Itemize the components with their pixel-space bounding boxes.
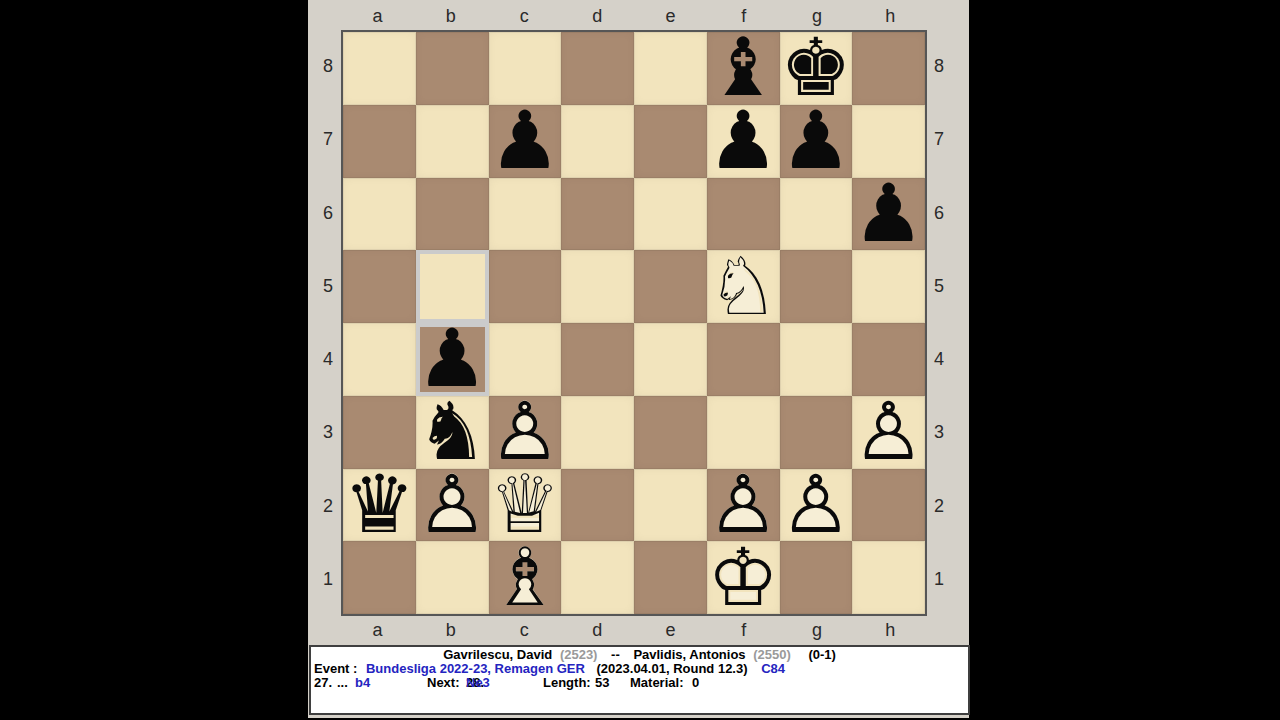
file-label-b: b	[414, 4, 487, 28]
piece-black-queen-a2: ♛	[343, 469, 416, 542]
pawn-icon: ♟	[489, 105, 562, 178]
knight-icon: ♘	[707, 250, 780, 323]
move-number: 27.	[314, 676, 332, 690]
rank-label-7: 7	[319, 103, 337, 176]
pawn-icon: ♟	[780, 105, 853, 178]
piece-white-pawn-g2: ♟♙	[780, 469, 853, 542]
file-label-a: a	[341, 618, 414, 642]
rank-label-1: 1	[930, 543, 948, 616]
piece-black-pawn-f7: ♟	[707, 105, 780, 178]
current-move[interactable]: b4	[355, 676, 370, 690]
rank-label-7: 7	[930, 103, 948, 176]
square-b1[interactable]	[416, 541, 489, 614]
square-d7[interactable]	[561, 105, 634, 178]
piece-black-pawn-g7: ♟	[780, 105, 853, 178]
eco-code: C84	[761, 661, 785, 676]
square-h2[interactable]	[852, 469, 925, 542]
square-c7[interactable]: ♟	[489, 105, 562, 178]
square-b6[interactable]	[416, 178, 489, 251]
file-label-e: e	[634, 618, 707, 642]
rank-label-4: 4	[930, 323, 948, 396]
square-c6[interactable]	[489, 178, 562, 251]
square-h1[interactable]	[852, 541, 925, 614]
file-labels-bottom: abcdefgh	[341, 618, 927, 642]
event-line: Event : Bundesliga 2022-23, Remagen GER …	[314, 662, 965, 676]
next-move[interactable]: Ne3	[466, 676, 490, 690]
file-label-d: d	[561, 4, 634, 28]
players-separator: --	[611, 647, 620, 662]
square-e1[interactable]	[634, 541, 707, 614]
square-c1[interactable]: ♝♗	[489, 541, 562, 614]
square-d1[interactable]	[561, 541, 634, 614]
square-c5[interactable]	[489, 250, 562, 323]
file-label-e: e	[634, 4, 707, 28]
square-d2[interactable]	[561, 469, 634, 542]
file-label-c: c	[488, 618, 561, 642]
square-e4[interactable]	[634, 323, 707, 396]
piece-white-pawn-b2: ♟♙	[416, 469, 489, 542]
square-g5[interactable]	[780, 250, 853, 323]
rank-label-5: 5	[930, 250, 948, 323]
square-h8[interactable]	[852, 32, 925, 105]
square-e8[interactable]	[634, 32, 707, 105]
square-d8[interactable]	[561, 32, 634, 105]
rank-label-6: 6	[930, 177, 948, 250]
square-e3[interactable]	[634, 396, 707, 469]
pawn-icon: ♙	[852, 396, 925, 469]
bishop-icon: ♗	[489, 541, 562, 614]
square-h3[interactable]: ♟♙	[852, 396, 925, 469]
square-e6[interactable]	[634, 178, 707, 251]
material-label: Material:	[630, 676, 683, 690]
rank-label-3: 3	[319, 396, 337, 469]
rank-label-8: 8	[930, 30, 948, 103]
length-value: 53	[595, 676, 609, 690]
file-label-h: h	[854, 4, 927, 28]
rank-label-1: 1	[319, 543, 337, 616]
square-d4[interactable]	[561, 323, 634, 396]
file-label-d: d	[561, 618, 634, 642]
piece-black-pawn-c7: ♟	[489, 105, 562, 178]
square-e7[interactable]	[634, 105, 707, 178]
next-label: Next:	[427, 676, 460, 690]
square-g2[interactable]: ♟♙	[780, 469, 853, 542]
square-a7[interactable]	[343, 105, 416, 178]
square-a5[interactable]	[343, 250, 416, 323]
piece-white-knight-f5: ♞♘	[707, 250, 780, 323]
square-e2[interactable]	[634, 469, 707, 542]
piece-white-king-f1: ♚♔	[707, 541, 780, 614]
square-g1[interactable]	[780, 541, 853, 614]
black-player-rating: (2550)	[753, 647, 791, 662]
file-label-b: b	[414, 618, 487, 642]
game-info-panel: Gavrilescu, David (2523) -- Pavlidis, An…	[309, 645, 970, 715]
square-h6[interactable]: ♟	[852, 178, 925, 251]
square-f4[interactable]	[707, 323, 780, 396]
square-d6[interactable]	[561, 178, 634, 251]
file-label-c: c	[488, 4, 561, 28]
pawn-icon: ♙	[780, 469, 853, 542]
rank-label-8: 8	[319, 30, 337, 103]
square-d5[interactable]	[561, 250, 634, 323]
move-line: 27. ... b4 Next: 28.Ne3 Length: 53 Mater…	[314, 676, 965, 690]
piece-white-pawn-h3: ♟♙	[852, 396, 925, 469]
rank-label-2: 2	[319, 470, 337, 543]
players-line: Gavrilescu, David (2523) -- Pavlidis, An…	[314, 648, 965, 662]
square-g6[interactable]	[780, 178, 853, 251]
square-a8[interactable]	[343, 32, 416, 105]
rank-labels-left: 87654321	[319, 30, 337, 616]
square-g7[interactable]: ♟	[780, 105, 853, 178]
pawn-icon: ♟	[852, 178, 925, 251]
viewer-content-area: abcdefgh 87654321 ♝♚♟♟♟♟♞♘♟♞♟♙♟♙♛♟♙♛♕♟♙♟…	[308, 0, 969, 718]
event-name: Bundesliga 2022-23, Remagen GER	[366, 661, 585, 676]
rank-label-5: 5	[319, 250, 337, 323]
file-label-g: g	[781, 618, 854, 642]
move-ellipsis: ...	[337, 676, 348, 690]
pawn-icon: ♙	[416, 469, 489, 542]
square-a1[interactable]	[343, 541, 416, 614]
white-player-name: Gavrilescu, David	[443, 647, 552, 662]
length-label: Length:	[543, 676, 591, 690]
square-b2[interactable]: ♟♙	[416, 469, 489, 542]
event-details: (2023.04.01, Round 12.3)	[597, 661, 748, 676]
square-h5[interactable]	[852, 250, 925, 323]
material-value: 0	[692, 676, 699, 690]
event-label: Event :	[314, 661, 357, 676]
square-a2[interactable]: ♛	[343, 469, 416, 542]
square-f1[interactable]: ♚♔	[707, 541, 780, 614]
square-f7[interactable]: ♟	[707, 105, 780, 178]
square-b8[interactable]	[416, 32, 489, 105]
king-icon: ♔	[707, 541, 780, 614]
rank-label-6: 6	[319, 177, 337, 250]
game-result: (0-1)	[808, 647, 835, 662]
square-b7[interactable]	[416, 105, 489, 178]
black-player-name: Pavlidis, Antonios	[633, 647, 745, 662]
file-label-a: a	[341, 4, 414, 28]
square-e5[interactable]	[634, 250, 707, 323]
square-d3[interactable]	[561, 396, 634, 469]
pawn-icon: ♟	[707, 105, 780, 178]
rank-label-3: 3	[930, 396, 948, 469]
file-label-f: f	[707, 618, 780, 642]
file-label-h: h	[854, 618, 927, 642]
queen-icon: ♛	[343, 469, 416, 542]
piece-white-bishop-c1: ♝♗	[489, 541, 562, 614]
rank-label-2: 2	[930, 470, 948, 543]
piece-black-pawn-h6: ♟	[852, 178, 925, 251]
chess-board: ♝♚♟♟♟♟♞♘♟♞♟♙♟♙♛♟♙♛♕♟♙♟♙♝♗♚♔	[341, 30, 927, 616]
square-a6[interactable]	[343, 178, 416, 251]
square-f5[interactable]: ♞♘	[707, 250, 780, 323]
square-g4[interactable]	[780, 323, 853, 396]
rank-labels-right: 87654321	[930, 30, 948, 616]
rank-label-4: 4	[319, 323, 337, 396]
white-player-rating: (2523)	[560, 647, 598, 662]
square-a4[interactable]	[343, 323, 416, 396]
